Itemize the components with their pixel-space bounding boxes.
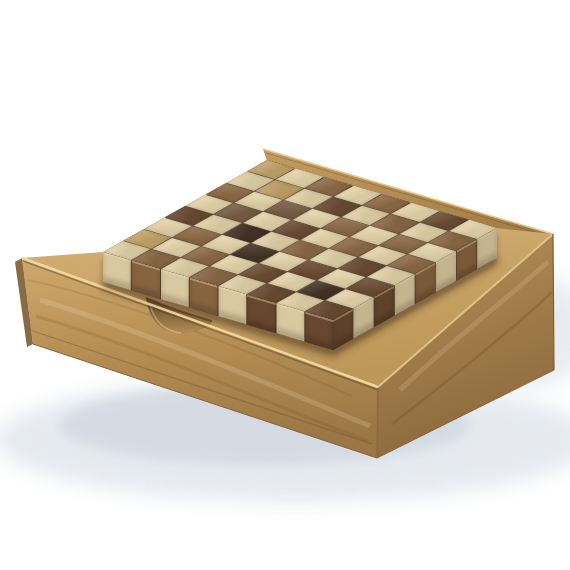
box-near-corner [377, 388, 378, 458]
puzzle-photo [0, 0, 570, 570]
